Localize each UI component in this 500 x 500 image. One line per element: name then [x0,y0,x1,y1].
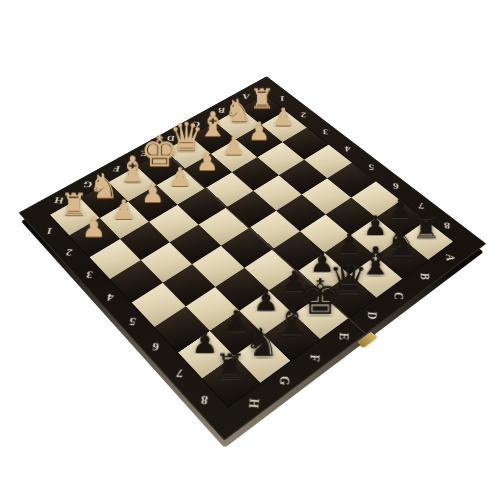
white-pawn-b2[interactable]: ♟ [248,118,270,143]
white-rook-a1[interactable]: ♜ [250,85,275,113]
board-frame: 12345678 ABCDEFGH ABCDEFGH 12345678 ♜♟♟♜… [19,76,487,440]
white-pawn-a2[interactable]: ♟ [272,104,294,128]
black-pawn-b7[interactable]: ♟ [363,212,387,239]
white-pawn-c2[interactable]: ♟ [222,133,245,158]
chess-board: 12345678 ABCDEFGH ABCDEFGH 12345678 ♜♟♟♜… [19,76,487,440]
black-pawn-a7[interactable]: ♟ [389,195,413,222]
white-pawn-e2[interactable]: ♟ [168,163,191,189]
rank-label-7: 7 [158,363,201,383]
white-pawn-d2[interactable]: ♟ [196,148,219,174]
black-rook-h8[interactable]: ♜ [215,349,247,384]
board-grid: ♜♟♟♜♞♟♟♞♝♟♟♝♛♟♟♛♚♟♟♚♝♟♟♝♞♟♟♞♜♟♟♜ [50,95,453,407]
black-knight-g8[interactable]: ♞ [244,323,279,362]
white-pawn-h2[interactable]: ♟ [82,213,106,240]
white-pawn-g2[interactable]: ♟ [111,196,135,223]
product-photo-canvas: 12345678 ABCDEFGH ABCDEFGH 12345678 ♜♟♟♜… [0,0,500,500]
white-pawn-f2[interactable]: ♟ [140,179,164,205]
